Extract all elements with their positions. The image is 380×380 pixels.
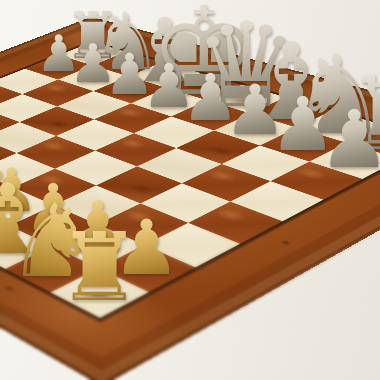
chess-photo-stage: ♜♞♝♚♛♝♞♜♟♟♟♟♟♟♟♟♟♟♟♟♟♟♚♛♝♞♜ — [0, 0, 380, 380]
piece-white-pawn-a2[interactable]: ♟ — [314, 100, 380, 180]
piece-black-rook-a8[interactable]: ♜ — [52, 220, 147, 315]
